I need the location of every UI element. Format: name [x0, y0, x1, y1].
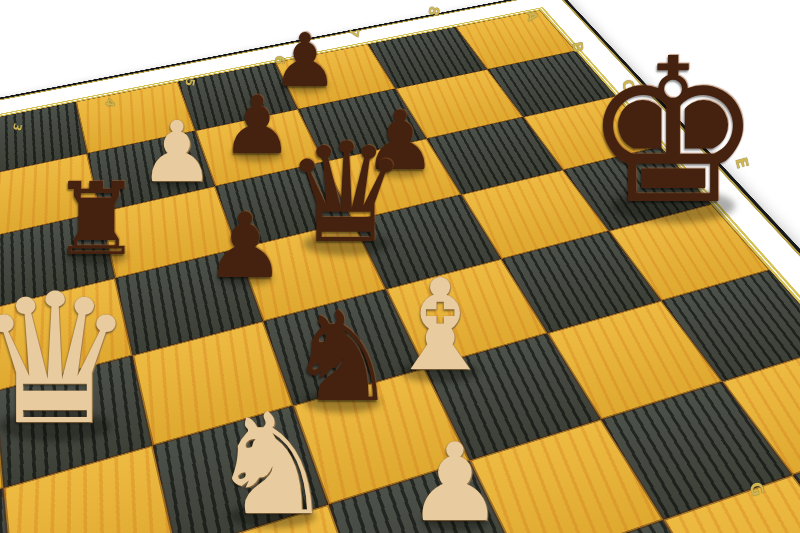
coord-label-E: E [731, 155, 752, 170]
board-playing-area [0, 7, 800, 533]
board-grid [0, 10, 800, 533]
chess-board [0, 0, 800, 533]
photo-of-chessboard: 345678ABCEG ♟♟♟♟♚♛♜♟♝♞♛♞♟ [0, 0, 800, 533]
